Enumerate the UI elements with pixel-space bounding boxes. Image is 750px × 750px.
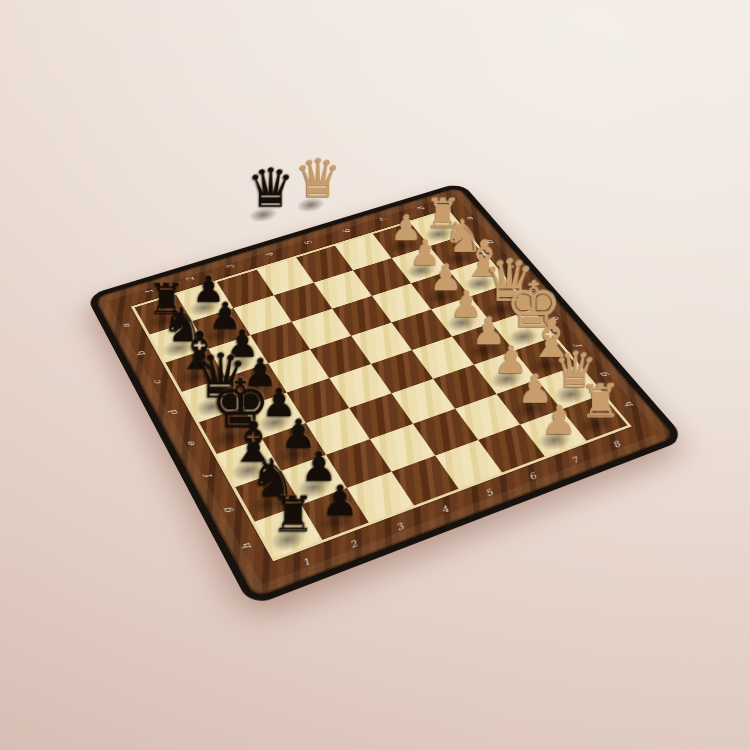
black-pawn-glyph: ♟ bbox=[314, 480, 365, 522]
piece-white-pawn-h7[interactable]: ♟ bbox=[520, 410, 586, 457]
photo-scene: 1234567812345678abcdefghabcdefgh ♜♞♝♛♚♝♞… bbox=[0, 0, 750, 750]
white-queen-glyph: ♛ bbox=[294, 151, 335, 204]
black-queen-glyph: ♛ bbox=[247, 161, 288, 215]
black-rook-glyph: ♜ bbox=[268, 490, 320, 539]
white-rook-glyph: ♜ bbox=[576, 379, 624, 425]
white-pawn-glyph: ♟ bbox=[535, 400, 583, 440]
